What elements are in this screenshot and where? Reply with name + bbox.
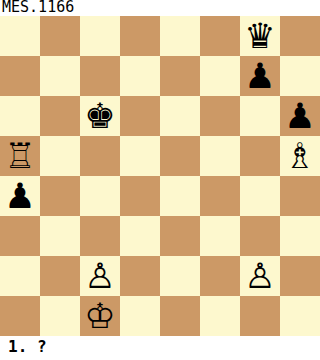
square-b4[interactable] [40, 176, 80, 216]
square-f3[interactable] [200, 216, 240, 256]
square-d8[interactable] [120, 16, 160, 56]
square-f4[interactable] [200, 176, 240, 216]
square-a6[interactable] [0, 96, 40, 136]
square-a2[interactable] [0, 256, 40, 296]
square-g8[interactable]: ♛ [240, 16, 280, 56]
square-d4[interactable] [120, 176, 160, 216]
square-h7[interactable] [280, 56, 320, 96]
black-pawn[interactable]: ♟ [284, 96, 315, 136]
square-e4[interactable] [160, 176, 200, 216]
square-a7[interactable] [0, 56, 40, 96]
square-d2[interactable] [120, 256, 160, 296]
square-c7[interactable] [80, 56, 120, 96]
black-queen[interactable]: ♛ [244, 16, 275, 56]
square-d1[interactable] [120, 296, 160, 336]
square-g7[interactable]: ♟ [240, 56, 280, 96]
square-b5[interactable] [40, 136, 80, 176]
square-c6[interactable]: ♚ [80, 96, 120, 136]
square-h4[interactable] [280, 176, 320, 216]
white-pawn[interactable]: ♙ [244, 256, 275, 296]
square-c1[interactable]: ♔ [80, 296, 120, 336]
square-f6[interactable] [200, 96, 240, 136]
black-pawn[interactable]: ♟ [244, 56, 275, 96]
square-g5[interactable] [240, 136, 280, 176]
square-b6[interactable] [40, 96, 80, 136]
square-a4[interactable]: ♟ [0, 176, 40, 216]
square-e3[interactable] [160, 216, 200, 256]
square-f2[interactable] [200, 256, 240, 296]
square-b2[interactable] [40, 256, 80, 296]
square-e2[interactable] [160, 256, 200, 296]
black-pawn[interactable]: ♟ [4, 176, 35, 216]
square-d6[interactable] [120, 96, 160, 136]
square-c3[interactable] [80, 216, 120, 256]
square-h6[interactable]: ♟ [280, 96, 320, 136]
square-e1[interactable] [160, 296, 200, 336]
puzzle-title: MES.1166 [2, 0, 74, 16]
square-g4[interactable] [240, 176, 280, 216]
square-d3[interactable] [120, 216, 160, 256]
white-pawn[interactable]: ♙ [84, 256, 115, 296]
square-g3[interactable] [240, 216, 280, 256]
square-f1[interactable] [200, 296, 240, 336]
square-d5[interactable] [120, 136, 160, 176]
square-h5[interactable]: ♗ [280, 136, 320, 176]
square-c4[interactable] [80, 176, 120, 216]
square-b1[interactable] [40, 296, 80, 336]
square-a8[interactable] [0, 16, 40, 56]
square-f5[interactable] [200, 136, 240, 176]
square-f7[interactable] [200, 56, 240, 96]
square-g2[interactable]: ♙ [240, 256, 280, 296]
square-e7[interactable] [160, 56, 200, 96]
square-a5[interactable]: ♖ [0, 136, 40, 176]
square-b3[interactable] [40, 216, 80, 256]
white-bishop[interactable]: ♗ [284, 136, 315, 176]
square-c5[interactable] [80, 136, 120, 176]
square-e8[interactable] [160, 16, 200, 56]
square-f8[interactable] [200, 16, 240, 56]
square-c8[interactable] [80, 16, 120, 56]
square-a1[interactable] [0, 296, 40, 336]
square-g6[interactable] [240, 96, 280, 136]
square-b7[interactable] [40, 56, 80, 96]
square-a3[interactable] [0, 216, 40, 256]
square-h1[interactable] [280, 296, 320, 336]
square-d7[interactable] [120, 56, 160, 96]
square-g1[interactable] [240, 296, 280, 336]
square-c2[interactable]: ♙ [80, 256, 120, 296]
square-e6[interactable] [160, 96, 200, 136]
chess-board: ♛♟♚♟♖♗♟♙♙♔ [0, 16, 320, 336]
move-prompt: 1. ? [8, 336, 47, 360]
black-king[interactable]: ♚ [84, 96, 115, 136]
square-h3[interactable] [280, 216, 320, 256]
white-king[interactable]: ♔ [84, 296, 115, 336]
square-h8[interactable] [280, 16, 320, 56]
square-h2[interactable] [280, 256, 320, 296]
white-rook[interactable]: ♖ [4, 136, 35, 176]
square-e5[interactable] [160, 136, 200, 176]
square-b8[interactable] [40, 16, 80, 56]
